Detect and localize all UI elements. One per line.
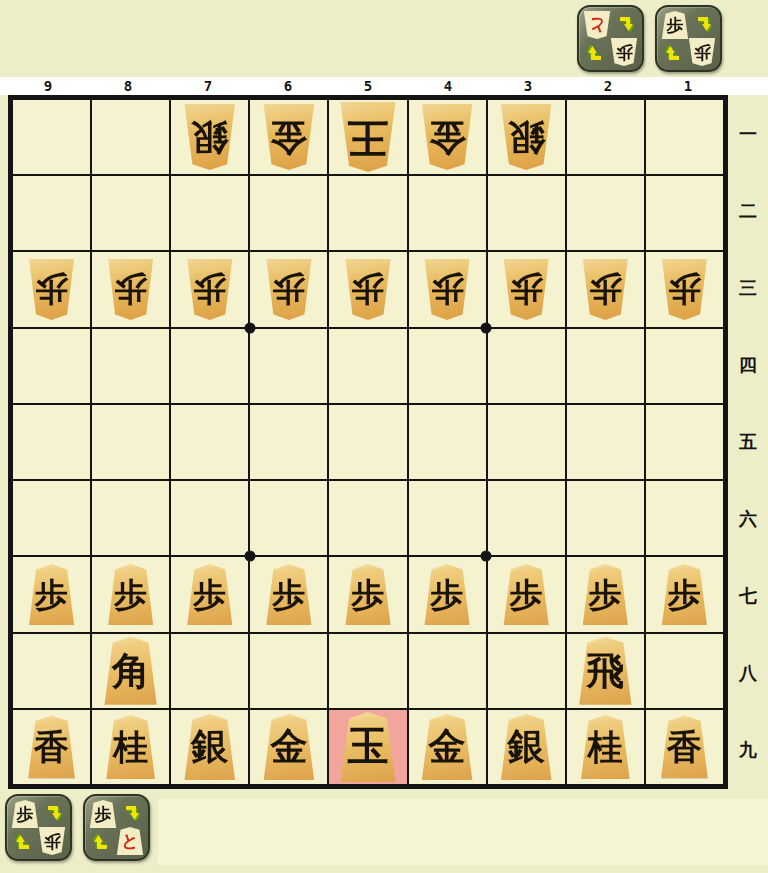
piece-gold[interactable]: 金 [261,714,317,780]
square-3-5[interactable] [488,405,565,479]
mini-piece-kanji: 歩 [17,806,34,823]
square-9-1[interactable] [13,100,90,174]
square-8-3[interactable]: 歩 [92,252,169,326]
square-6-4[interactable] [250,329,327,403]
mini-piece-tile-pawn: 歩 [38,827,66,855]
piece-kanji: 歩 [668,578,701,611]
piece-kanji: 歩 [510,578,543,611]
square-9-2[interactable] [13,176,90,250]
piece-kanji: 歩 [272,273,305,306]
mini-piece-tile-pawn: 歩 [661,11,689,39]
square-5-3[interactable]: 歩 [329,252,406,326]
mini-piece-kanji: と [121,833,138,850]
mini-piece-kanji: 歩 [616,44,633,61]
piece-kanji: 銀 [508,728,545,765]
file-label-band: 987654321 [0,77,768,95]
square-8-4[interactable] [92,329,169,403]
piece-kanji: 歩 [35,578,68,611]
piece-kanji: 歩 [351,273,384,306]
cycle-arrow-icon [122,802,144,824]
piece-pawn[interactable]: 歩 [343,564,393,625]
rank-label: 七 [731,558,765,635]
square-6-1[interactable]: 金 [250,100,327,174]
square-6-6[interactable] [250,481,327,555]
piece-gold[interactable]: 金 [419,714,475,780]
piece-lance[interactable]: 香 [658,715,710,778]
mini-piece-tile-pawn: 歩 [89,800,117,828]
square-1-1[interactable] [646,100,723,174]
square-6-9[interactable]: 金 [250,710,327,784]
square-5-5[interactable] [329,405,406,479]
piece-kanji: 歩 [193,273,226,306]
square-9-6[interactable] [13,481,90,555]
square-5-6[interactable] [329,481,406,555]
piece-pawn[interactable]: 歩 [422,259,472,320]
piece-knight[interactable]: 桂 [104,715,158,779]
square-7-9[interactable]: 銀 [171,710,248,784]
piece-kanji: 歩 [431,273,464,306]
cycle-arrow-icon [694,13,716,35]
square-6-3[interactable]: 歩 [250,252,327,326]
mini-piece-tile-tokin: と [583,11,611,39]
square-7-3[interactable]: 歩 [171,252,248,326]
square-1-5[interactable] [646,405,723,479]
mini-piece-tile-pawn: 歩 [688,38,716,66]
rank-label: 九 [731,712,765,789]
square-5-9[interactable]: 玉 [329,710,406,784]
piece-pawn[interactable]: 歩 [659,564,709,625]
file-labels: 987654321 [8,77,728,95]
cycle-arrow-icon [583,42,605,64]
rank-label: 八 [731,635,765,712]
cycle-arrow-icon [661,42,683,64]
square-3-9[interactable]: 銀 [488,710,565,784]
file-label: 6 [248,77,328,95]
piece-knight[interactable]: 桂 [578,715,632,779]
square-9-7[interactable]: 歩 [13,557,90,631]
square-1-9[interactable]: 香 [646,710,723,784]
square-1-7[interactable]: 歩 [646,557,723,631]
piece-kanji: 玉 [347,726,388,767]
shogi-editor: と歩歩歩 987654321 銀金王金銀歩歩歩歩歩歩歩歩歩歩歩歩歩歩歩歩歩歩角飛… [0,0,768,873]
file-label: 4 [408,77,488,95]
file-label: 2 [568,77,648,95]
piece-pawn[interactable]: 歩 [343,259,393,320]
piece-kanji: 歩 [272,578,305,611]
square-1-8[interactable] [646,634,723,708]
square-6-5[interactable] [250,405,327,479]
square-9-5[interactable] [13,405,90,479]
square-8-8[interactable]: 角 [92,634,169,708]
square-8-1[interactable] [92,100,169,174]
rank-label: 六 [731,481,765,558]
rank-labels: 一二三四五六七八九 [731,95,765,789]
piece-pawn[interactable]: 歩 [659,259,709,320]
piece-bishop[interactable]: 角 [102,637,160,705]
square-2-3[interactable]: 歩 [567,252,644,326]
square-7-8[interactable] [171,634,248,708]
square-4-2[interactable] [409,176,486,250]
square-7-7[interactable]: 歩 [171,557,248,631]
sente-edit-buttons: 歩歩歩と [5,794,150,861]
piece-king-sente[interactable]: 玉 [337,712,398,782]
piece-kanji: 歩 [35,273,68,306]
square-5-2[interactable] [329,176,406,250]
square-2-5[interactable] [567,405,644,479]
piece-lance[interactable]: 香 [26,715,78,778]
square-4-7[interactable]: 歩 [409,557,486,631]
square-7-1[interactable]: 銀 [171,100,248,174]
star-point [481,551,492,562]
square-5-8[interactable] [329,634,406,708]
piece-silver[interactable]: 銀 [498,104,554,170]
piece-pawn[interactable]: 歩 [501,259,551,320]
square-4-1[interactable]: 金 [409,100,486,174]
square-8-9[interactable]: 桂 [92,710,169,784]
mini-piece-kanji: 歩 [95,806,112,823]
gote-edit-buttons: と歩歩歩 [577,5,722,72]
mini-piece-kanji: 歩 [667,17,684,34]
gote-promote-toggle-button[interactable]: と歩 [577,5,644,72]
piece-pawn[interactable]: 歩 [27,259,77,320]
piece-kanji: 桂 [588,729,623,764]
piece-kanji: 角 [112,652,150,690]
square-3-3[interactable]: 歩 [488,252,565,326]
square-8-7[interactable]: 歩 [92,557,169,631]
piece-pawn[interactable]: 歩 [185,259,235,320]
square-2-4[interactable] [567,329,644,403]
rank-label: 四 [731,326,765,403]
square-7-4[interactable] [171,329,248,403]
square-5-4[interactable] [329,329,406,403]
square-3-4[interactable] [488,329,565,403]
rank-label: 一 [731,95,765,172]
star-point [244,551,255,562]
square-7-2[interactable] [171,176,248,250]
sente-promote-toggle-button[interactable]: 歩と [83,794,150,861]
piece-kanji: 金 [270,119,307,156]
shogi-board[interactable]: 銀金王金銀歩歩歩歩歩歩歩歩歩歩歩歩歩歩歩歩歩歩角飛香桂銀金玉金銀桂香 [8,95,728,789]
square-3-8[interactable] [488,634,565,708]
piece-pawn[interactable]: 歩 [27,564,77,625]
square-9-3[interactable]: 歩 [13,252,90,326]
square-4-3[interactable]: 歩 [409,252,486,326]
piece-kanji: 金 [270,728,307,765]
square-4-8[interactable] [409,634,486,708]
square-6-2[interactable] [250,176,327,250]
piece-kanji: 銀 [191,728,228,765]
square-9-4[interactable] [13,329,90,403]
piece-pawn[interactable]: 歩 [106,564,156,625]
square-4-5[interactable] [409,405,486,479]
gote-rotate-button[interactable]: 歩歩 [655,5,722,72]
piece-silver[interactable]: 銀 [498,714,554,780]
piece-kanji: 歩 [114,273,147,306]
mini-piece-tile-pawn: 歩 [610,38,638,66]
piece-pawn[interactable]: 歩 [580,564,630,625]
square-2-8[interactable]: 飛 [567,634,644,708]
piece-gold[interactable]: 金 [419,104,475,170]
piece-kanji: 王 [347,117,388,158]
piece-kanji: 歩 [114,578,147,611]
square-8-2[interactable] [92,176,169,250]
file-label: 3 [488,77,568,95]
piece-gold[interactable]: 金 [261,104,317,170]
bottom-panel [158,799,768,865]
square-5-1[interactable]: 王 [329,100,406,174]
mini-piece-kanji: 歩 [694,44,711,61]
square-6-7[interactable]: 歩 [250,557,327,631]
mini-piece-tile-pawn: 歩 [11,800,39,828]
square-8-5[interactable] [92,405,169,479]
piece-kanji: 歩 [510,273,543,306]
cycle-arrow-icon [89,831,111,853]
piece-pawn[interactable]: 歩 [106,259,156,320]
mini-piece-kanji: と [588,17,605,34]
square-2-1[interactable] [567,100,644,174]
piece-kanji: 金 [429,119,466,156]
piece-kanji: 歩 [431,578,464,611]
star-point [244,323,255,334]
file-label: 8 [88,77,168,95]
piece-kanji: 飛 [586,652,624,690]
piece-pawn[interactable]: 歩 [264,259,314,320]
square-1-3[interactable]: 歩 [646,252,723,326]
piece-silver[interactable]: 銀 [182,714,238,780]
piece-kanji: 桂 [113,729,148,764]
square-9-8[interactable] [13,634,90,708]
file-label: 1 [648,77,728,95]
square-1-6[interactable] [646,481,723,555]
piece-kanji: 銀 [508,119,545,156]
piece-kanji: 香 [34,729,69,764]
rank-label: 三 [731,249,765,326]
square-8-6[interactable] [92,481,169,555]
cycle-arrow-icon [11,831,33,853]
sente-rotate-button[interactable]: 歩歩 [5,794,72,861]
piece-pawn[interactable]: 歩 [185,564,235,625]
piece-pawn[interactable]: 歩 [580,259,630,320]
square-4-4[interactable] [409,329,486,403]
star-point [481,323,492,334]
file-label: 5 [328,77,408,95]
square-4-9[interactable]: 金 [409,710,486,784]
square-1-2[interactable] [646,176,723,250]
cycle-arrow-icon [616,13,638,35]
piece-kanji: 歩 [351,578,384,611]
square-9-9[interactable]: 香 [13,710,90,784]
square-7-6[interactable] [171,481,248,555]
mini-piece-tile-tokin: と [116,827,144,855]
piece-kanji: 歩 [668,273,701,306]
piece-kanji: 銀 [191,119,228,156]
file-label: 7 [168,77,248,95]
square-2-6[interactable] [567,481,644,555]
file-label: 9 [8,77,88,95]
cycle-arrow-icon [44,802,66,824]
square-2-9[interactable]: 桂 [567,710,644,784]
piece-silver[interactable]: 銀 [182,104,238,170]
square-6-8[interactable] [250,634,327,708]
square-7-5[interactable] [171,405,248,479]
piece-kanji: 金 [429,728,466,765]
mini-piece-kanji: 歩 [44,833,61,850]
piece-kanji: 歩 [589,578,622,611]
square-3-6[interactable] [488,481,565,555]
piece-king-gote[interactable]: 王 [337,102,398,172]
piece-pawn[interactable]: 歩 [501,564,551,625]
piece-pawn[interactable]: 歩 [264,564,314,625]
rank-label: 二 [731,172,765,249]
piece-kanji: 歩 [193,578,226,611]
rank-label: 五 [731,403,765,480]
square-5-7[interactable]: 歩 [329,557,406,631]
square-1-4[interactable] [646,329,723,403]
piece-kanji: 香 [667,729,702,764]
piece-kanji: 歩 [589,273,622,306]
piece-rook[interactable]: 飛 [576,637,634,705]
square-2-7[interactable]: 歩 [567,557,644,631]
piece-pawn[interactable]: 歩 [422,564,472,625]
square-3-2[interactable] [488,176,565,250]
square-4-6[interactable] [409,481,486,555]
square-3-7[interactable]: 歩 [488,557,565,631]
square-3-1[interactable]: 銀 [488,100,565,174]
square-2-2[interactable] [567,176,644,250]
